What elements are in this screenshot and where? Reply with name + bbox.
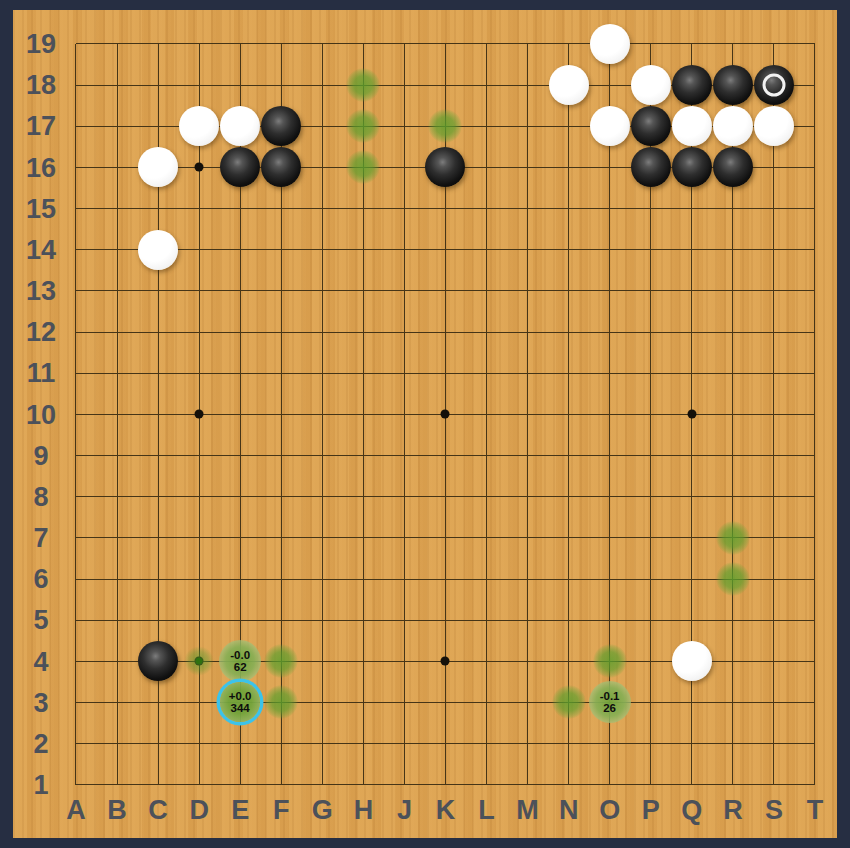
intersection-R8[interactable] — [712, 476, 753, 517]
intersection-H8[interactable] — [343, 476, 384, 517]
intersection-K2[interactable] — [425, 723, 466, 764]
intersection-J9[interactable] — [384, 435, 425, 476]
intersection-M14[interactable] — [507, 229, 548, 270]
intersection-M11[interactable] — [507, 353, 548, 394]
hint-R6[interactable] — [716, 562, 750, 596]
intersection-F8[interactable] — [261, 476, 302, 517]
intersection-M5[interactable] — [507, 600, 548, 641]
intersection-B2[interactable] — [97, 723, 138, 764]
intersection-T11[interactable] — [794, 353, 835, 394]
intersection-Q14[interactable] — [671, 229, 712, 270]
intersection-O13[interactable] — [589, 270, 630, 311]
intersection-A16[interactable] — [55, 147, 96, 188]
intersection-Q3[interactable] — [671, 682, 712, 723]
intersection-T8[interactable] — [794, 476, 835, 517]
intersection-R16[interactable] — [712, 147, 753, 188]
intersection-A8[interactable] — [55, 476, 96, 517]
intersection-H11[interactable] — [343, 353, 384, 394]
hint-R7[interactable] — [716, 521, 750, 555]
intersection-M13[interactable] — [507, 270, 548, 311]
intersection-G4[interactable] — [302, 641, 343, 682]
intersection-K15[interactable] — [425, 188, 466, 229]
intersection-L13[interactable] — [466, 270, 507, 311]
intersection-E6[interactable] — [220, 558, 261, 599]
intersection-T16[interactable] — [794, 147, 835, 188]
intersection-S7[interactable] — [753, 517, 794, 558]
intersection-T5[interactable] — [794, 600, 835, 641]
hint-F4[interactable] — [264, 644, 298, 678]
intersection-M8[interactable] — [507, 476, 548, 517]
intersection-A11[interactable] — [55, 353, 96, 394]
intersection-Q2[interactable] — [671, 723, 712, 764]
intersection-G10[interactable] — [302, 394, 343, 435]
intersection-H7[interactable] — [343, 517, 384, 558]
intersection-K9[interactable] — [425, 435, 466, 476]
intersection-H12[interactable] — [343, 312, 384, 353]
intersection-G14[interactable] — [302, 229, 343, 270]
intersection-H5[interactable] — [343, 600, 384, 641]
intersection-E4[interactable]: -0.062 — [220, 641, 261, 682]
intersection-P4[interactable] — [630, 641, 671, 682]
intersection-S3[interactable] — [753, 682, 794, 723]
intersection-M2[interactable] — [507, 723, 548, 764]
intersection-A9[interactable] — [55, 435, 96, 476]
intersection-T9[interactable] — [794, 435, 835, 476]
intersection-S16[interactable] — [753, 147, 794, 188]
intersection-C9[interactable] — [138, 435, 179, 476]
intersection-H2[interactable] — [343, 723, 384, 764]
intersection-S2[interactable] — [753, 723, 794, 764]
intersection-C3[interactable] — [138, 682, 179, 723]
intersection-S19[interactable] — [753, 23, 794, 64]
intersection-R17[interactable] — [712, 106, 753, 147]
intersection-M7[interactable] — [507, 517, 548, 558]
intersection-F3[interactable] — [261, 682, 302, 723]
intersection-J5[interactable] — [384, 600, 425, 641]
intersection-J8[interactable] — [384, 476, 425, 517]
intersection-E2[interactable] — [220, 723, 261, 764]
intersection-N17[interactable] — [548, 106, 589, 147]
intersection-B9[interactable] — [97, 435, 138, 476]
intersection-C7[interactable] — [138, 517, 179, 558]
intersection-H9[interactable] — [343, 435, 384, 476]
intersection-E18[interactable] — [220, 65, 261, 106]
intersection-R5[interactable] — [712, 600, 753, 641]
intersection-Q6[interactable] — [671, 558, 712, 599]
intersection-S13[interactable] — [753, 270, 794, 311]
intersection-S14[interactable] — [753, 229, 794, 270]
intersection-K4[interactable] — [425, 641, 466, 682]
intersection-R15[interactable] — [712, 188, 753, 229]
intersection-R18[interactable] — [712, 65, 753, 106]
intersection-H18[interactable] — [343, 65, 384, 106]
intersection-N18[interactable] — [548, 65, 589, 106]
intersection-N13[interactable] — [548, 270, 589, 311]
intersection-T15[interactable] — [794, 188, 835, 229]
intersection-B3[interactable] — [97, 682, 138, 723]
hint-O3[interactable]: -0.126 — [589, 681, 631, 723]
intersection-L5[interactable] — [466, 600, 507, 641]
intersection-N3[interactable] — [548, 682, 589, 723]
intersection-M3[interactable] — [507, 682, 548, 723]
intersection-E7[interactable] — [220, 517, 261, 558]
intersection-S9[interactable] — [753, 435, 794, 476]
intersection-L16[interactable] — [466, 147, 507, 188]
intersection-L4[interactable] — [466, 641, 507, 682]
intersection-R3[interactable] — [712, 682, 753, 723]
intersection-H10[interactable] — [343, 394, 384, 435]
intersection-E9[interactable] — [220, 435, 261, 476]
intersection-D6[interactable] — [179, 558, 220, 599]
intersection-M19[interactable] — [507, 23, 548, 64]
hint-H16[interactable] — [346, 150, 380, 184]
intersection-N15[interactable] — [548, 188, 589, 229]
intersection-Q15[interactable] — [671, 188, 712, 229]
intersection-A4[interactable] — [55, 641, 96, 682]
intersection-E17[interactable] — [220, 106, 261, 147]
intersection-Q11[interactable] — [671, 353, 712, 394]
intersection-K7[interactable] — [425, 517, 466, 558]
intersection-N7[interactable] — [548, 517, 589, 558]
intersection-P17[interactable] — [630, 106, 671, 147]
intersection-M18[interactable] — [507, 65, 548, 106]
intersection-T4[interactable] — [794, 641, 835, 682]
intersection-C15[interactable] — [138, 188, 179, 229]
intersection-A17[interactable] — [55, 106, 96, 147]
intersection-O15[interactable] — [589, 188, 630, 229]
intersection-C6[interactable] — [138, 558, 179, 599]
intersection-T6[interactable] — [794, 558, 835, 599]
intersection-J12[interactable] — [384, 312, 425, 353]
hint-top-choice-E3[interactable]: +0.0344 — [220, 682, 260, 722]
intersection-C16[interactable] — [138, 147, 179, 188]
intersection-S17[interactable] — [753, 106, 794, 147]
intersection-B6[interactable] — [97, 558, 138, 599]
intersection-N6[interactable] — [548, 558, 589, 599]
intersection-D12[interactable] — [179, 312, 220, 353]
intersection-L7[interactable] — [466, 517, 507, 558]
intersection-D11[interactable] — [179, 353, 220, 394]
intersection-L14[interactable] — [466, 229, 507, 270]
intersection-L19[interactable] — [466, 23, 507, 64]
intersection-S4[interactable] — [753, 641, 794, 682]
intersection-D16[interactable] — [179, 147, 220, 188]
intersection-Q5[interactable] — [671, 600, 712, 641]
intersection-M12[interactable] — [507, 312, 548, 353]
intersection-J10[interactable] — [384, 394, 425, 435]
intersection-F13[interactable] — [261, 270, 302, 311]
intersection-H4[interactable] — [343, 641, 384, 682]
intersection-A19[interactable] — [55, 23, 96, 64]
intersection-E16[interactable] — [220, 147, 261, 188]
intersection-D15[interactable] — [179, 188, 220, 229]
intersection-T3[interactable] — [794, 682, 835, 723]
intersection-P13[interactable] — [630, 270, 671, 311]
intersection-T14[interactable] — [794, 229, 835, 270]
intersection-J19[interactable] — [384, 23, 425, 64]
intersection-K3[interactable] — [425, 682, 466, 723]
intersection-F17[interactable] — [261, 106, 302, 147]
intersection-P10[interactable] — [630, 394, 671, 435]
intersection-L10[interactable] — [466, 394, 507, 435]
intersection-O2[interactable] — [589, 723, 630, 764]
hint-F3[interactable] — [264, 685, 298, 719]
intersection-P15[interactable] — [630, 188, 671, 229]
intersection-T12[interactable] — [794, 312, 835, 353]
intersection-E13[interactable] — [220, 270, 261, 311]
intersection-Q12[interactable] — [671, 312, 712, 353]
intersection-L18[interactable] — [466, 65, 507, 106]
intersection-K11[interactable] — [425, 353, 466, 394]
intersection-A18[interactable] — [55, 65, 96, 106]
intersection-D4[interactable] — [179, 641, 220, 682]
intersection-T17[interactable] — [794, 106, 835, 147]
intersection-A15[interactable] — [55, 188, 96, 229]
intersection-N10[interactable] — [548, 394, 589, 435]
intersection-E11[interactable] — [220, 353, 261, 394]
intersection-F4[interactable] — [261, 641, 302, 682]
intersection-C14[interactable] — [138, 229, 179, 270]
intersection-S5[interactable] — [753, 600, 794, 641]
intersection-F16[interactable] — [261, 147, 302, 188]
intersection-C19[interactable] — [138, 23, 179, 64]
intersection-S6[interactable] — [753, 558, 794, 599]
intersection-C18[interactable] — [138, 65, 179, 106]
intersection-A6[interactable] — [55, 558, 96, 599]
intersection-B11[interactable] — [97, 353, 138, 394]
intersection-Q4[interactable] — [671, 641, 712, 682]
intersection-B17[interactable] — [97, 106, 138, 147]
intersection-Q13[interactable] — [671, 270, 712, 311]
intersection-H19[interactable] — [343, 23, 384, 64]
intersection-B10[interactable] — [97, 394, 138, 435]
intersection-N4[interactable] — [548, 641, 589, 682]
intersection-G17[interactable] — [302, 106, 343, 147]
intersection-J16[interactable] — [384, 147, 425, 188]
intersection-D7[interactable] — [179, 517, 220, 558]
intersection-C11[interactable] — [138, 353, 179, 394]
intersection-Q18[interactable] — [671, 65, 712, 106]
intersection-F12[interactable] — [261, 312, 302, 353]
intersection-E3[interactable]: +0.0344 — [220, 682, 261, 723]
intersection-P11[interactable] — [630, 353, 671, 394]
intersection-E12[interactable] — [220, 312, 261, 353]
intersection-J11[interactable] — [384, 353, 425, 394]
hint-N3[interactable] — [552, 685, 586, 719]
intersection-E5[interactable] — [220, 600, 261, 641]
intersection-L3[interactable] — [466, 682, 507, 723]
intersection-H6[interactable] — [343, 558, 384, 599]
intersection-S8[interactable] — [753, 476, 794, 517]
intersection-Q19[interactable] — [671, 23, 712, 64]
intersection-K5[interactable] — [425, 600, 466, 641]
hint-E4[interactable]: -0.062 — [219, 640, 261, 682]
intersection-K14[interactable] — [425, 229, 466, 270]
intersection-Q8[interactable] — [671, 476, 712, 517]
intersection-O6[interactable] — [589, 558, 630, 599]
intersection-G6[interactable] — [302, 558, 343, 599]
intersection-B8[interactable] — [97, 476, 138, 517]
intersection-N12[interactable] — [548, 312, 589, 353]
intersection-M9[interactable] — [507, 435, 548, 476]
hint-H17[interactable] — [346, 109, 380, 143]
intersection-M15[interactable] — [507, 188, 548, 229]
intersection-R2[interactable] — [712, 723, 753, 764]
intersection-G13[interactable] — [302, 270, 343, 311]
intersection-G5[interactable] — [302, 600, 343, 641]
intersection-B13[interactable] — [97, 270, 138, 311]
intersection-G19[interactable] — [302, 23, 343, 64]
intersection-B14[interactable] — [97, 229, 138, 270]
intersection-F7[interactable] — [261, 517, 302, 558]
intersection-B5[interactable] — [97, 600, 138, 641]
intersection-K18[interactable] — [425, 65, 466, 106]
intersection-T13[interactable] — [794, 270, 835, 311]
intersection-P6[interactable] — [630, 558, 671, 599]
intersection-M6[interactable] — [507, 558, 548, 599]
intersection-D17[interactable] — [179, 106, 220, 147]
intersection-D18[interactable] — [179, 65, 220, 106]
intersection-R14[interactable] — [712, 229, 753, 270]
intersection-L9[interactable] — [466, 435, 507, 476]
intersection-O9[interactable] — [589, 435, 630, 476]
hint-K17[interactable] — [428, 109, 462, 143]
intersection-O5[interactable] — [589, 600, 630, 641]
intersection-N19[interactable] — [548, 23, 589, 64]
intersection-D13[interactable] — [179, 270, 220, 311]
intersection-P3[interactable] — [630, 682, 671, 723]
intersection-A3[interactable] — [55, 682, 96, 723]
intersection-E8[interactable] — [220, 476, 261, 517]
intersection-N2[interactable] — [548, 723, 589, 764]
intersection-M16[interactable] — [507, 147, 548, 188]
intersection-P14[interactable] — [630, 229, 671, 270]
intersection-Q16[interactable] — [671, 147, 712, 188]
intersection-N16[interactable] — [548, 147, 589, 188]
intersection-G8[interactable] — [302, 476, 343, 517]
intersection-J15[interactable] — [384, 188, 425, 229]
intersection-Q7[interactable] — [671, 517, 712, 558]
intersection-L15[interactable] — [466, 188, 507, 229]
intersection-F9[interactable] — [261, 435, 302, 476]
intersection-A2[interactable] — [55, 723, 96, 764]
intersection-C5[interactable] — [138, 600, 179, 641]
intersection-E14[interactable] — [220, 229, 261, 270]
intersection-Q9[interactable] — [671, 435, 712, 476]
intersection-K10[interactable] — [425, 394, 466, 435]
intersection-C8[interactable] — [138, 476, 179, 517]
intersection-R4[interactable] — [712, 641, 753, 682]
intersection-P5[interactable] — [630, 600, 671, 641]
intersection-C4[interactable] — [138, 641, 179, 682]
intersection-D5[interactable] — [179, 600, 220, 641]
intersection-D3[interactable] — [179, 682, 220, 723]
intersection-G2[interactable] — [302, 723, 343, 764]
intersection-S15[interactable] — [753, 188, 794, 229]
intersection-N9[interactable] — [548, 435, 589, 476]
intersection-O7[interactable] — [589, 517, 630, 558]
intersection-L2[interactable] — [466, 723, 507, 764]
intersection-T7[interactable] — [794, 517, 835, 558]
intersection-L8[interactable] — [466, 476, 507, 517]
intersection-D2[interactable] — [179, 723, 220, 764]
intersection-F6[interactable] — [261, 558, 302, 599]
intersection-D19[interactable] — [179, 23, 220, 64]
hint-O4[interactable] — [593, 644, 627, 678]
intersection-G12[interactable] — [302, 312, 343, 353]
intersection-R10[interactable] — [712, 394, 753, 435]
intersection-J7[interactable] — [384, 517, 425, 558]
intersection-R13[interactable] — [712, 270, 753, 311]
intersection-G3[interactable] — [302, 682, 343, 723]
intersection-O4[interactable] — [589, 641, 630, 682]
intersection-H16[interactable] — [343, 147, 384, 188]
intersection-J18[interactable] — [384, 65, 425, 106]
intersection-P8[interactable] — [630, 476, 671, 517]
intersection-R12[interactable] — [712, 312, 753, 353]
intersection-G9[interactable] — [302, 435, 343, 476]
intersection-F10[interactable] — [261, 394, 302, 435]
intersection-O19[interactable] — [589, 23, 630, 64]
intersection-P9[interactable] — [630, 435, 671, 476]
intersection-M10[interactable] — [507, 394, 548, 435]
intersection-M17[interactable] — [507, 106, 548, 147]
intersection-A12[interactable] — [55, 312, 96, 353]
intersection-K8[interactable] — [425, 476, 466, 517]
intersection-O18[interactable] — [589, 65, 630, 106]
intersection-G7[interactable] — [302, 517, 343, 558]
intersection-E15[interactable] — [220, 188, 261, 229]
intersection-S10[interactable] — [753, 394, 794, 435]
intersection-F5[interactable] — [261, 600, 302, 641]
intersection-E19[interactable] — [220, 23, 261, 64]
intersection-H14[interactable] — [343, 229, 384, 270]
intersection-P2[interactable] — [630, 723, 671, 764]
intersection-C10[interactable] — [138, 394, 179, 435]
intersection-H17[interactable] — [343, 106, 384, 147]
intersection-N5[interactable] — [548, 600, 589, 641]
intersection-Q17[interactable] — [671, 106, 712, 147]
intersection-D10[interactable] — [179, 394, 220, 435]
intersection-C17[interactable] — [138, 106, 179, 147]
intersection-H3[interactable] — [343, 682, 384, 723]
intersection-R7[interactable] — [712, 517, 753, 558]
intersection-R6[interactable] — [712, 558, 753, 599]
intersection-H15[interactable] — [343, 188, 384, 229]
intersection-O8[interactable] — [589, 476, 630, 517]
intersection-A7[interactable] — [55, 517, 96, 558]
intersection-J4[interactable] — [384, 641, 425, 682]
intersection-O14[interactable] — [589, 229, 630, 270]
intersection-B4[interactable] — [97, 641, 138, 682]
intersection-L17[interactable] — [466, 106, 507, 147]
intersection-J17[interactable] — [384, 106, 425, 147]
intersection-J6[interactable] — [384, 558, 425, 599]
intersection-L6[interactable] — [466, 558, 507, 599]
intersection-R19[interactable] — [712, 23, 753, 64]
intersection-G11[interactable] — [302, 353, 343, 394]
intersection-A14[interactable] — [55, 229, 96, 270]
intersection-P19[interactable] — [630, 23, 671, 64]
intersection-T18[interactable] — [794, 65, 835, 106]
intersection-K13[interactable] — [425, 270, 466, 311]
intersection-F15[interactable] — [261, 188, 302, 229]
intersection-P18[interactable] — [630, 65, 671, 106]
intersection-R9[interactable] — [712, 435, 753, 476]
intersection-B12[interactable] — [97, 312, 138, 353]
intersection-T2[interactable] — [794, 723, 835, 764]
intersection-B16[interactable] — [97, 147, 138, 188]
